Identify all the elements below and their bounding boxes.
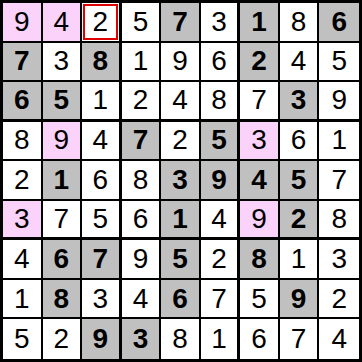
selection-ring [83, 4, 118, 40]
cell-8-8[interactable]: 4 [319, 319, 359, 359]
cell-7-8[interactable]: 2 [319, 280, 359, 320]
cell-8-6[interactable]: 6 [240, 319, 280, 359]
cell-4-8[interactable]: 7 [319, 161, 359, 201]
cell-6-3[interactable]: 9 [122, 240, 162, 280]
cell-3-6[interactable]: 3 [240, 122, 280, 162]
cell-5-6[interactable]: 9 [240, 201, 280, 241]
cell-2-7[interactable]: 3 [280, 82, 320, 122]
cell-8-4[interactable]: 8 [161, 319, 201, 359]
cell-6-4[interactable]: 5 [161, 240, 201, 280]
cell-4-1[interactable]: 1 [43, 161, 83, 201]
cell-4-0[interactable]: 2 [3, 161, 43, 201]
cell-6-8[interactable]: 3 [319, 240, 359, 280]
cell-0-0[interactable]: 9 [3, 3, 43, 43]
cell-7-1[interactable]: 8 [43, 280, 83, 320]
cell-3-1[interactable]: 9 [43, 122, 83, 162]
cell-8-1[interactable]: 2 [43, 319, 83, 359]
cell-7-5[interactable]: 7 [201, 280, 241, 320]
cell-4-4[interactable]: 3 [161, 161, 201, 201]
cell-2-5[interactable]: 8 [201, 82, 241, 122]
cell-0-7[interactable]: 8 [280, 3, 320, 43]
cell-2-2[interactable]: 1 [82, 82, 122, 122]
cell-0-3[interactable]: 5 [122, 3, 162, 43]
cell-0-1[interactable]: 4 [43, 3, 83, 43]
cell-6-2[interactable]: 7 [82, 240, 122, 280]
cell-0-8[interactable]: 6 [319, 3, 359, 43]
cell-2-4[interactable]: 4 [161, 82, 201, 122]
cell-5-8[interactable]: 8 [319, 201, 359, 241]
cell-8-2[interactable]: 9 [82, 319, 122, 359]
cell-5-3[interactable]: 6 [122, 201, 162, 241]
cell-3-8[interactable]: 1 [319, 122, 359, 162]
cell-6-7[interactable]: 1 [280, 240, 320, 280]
cell-8-7[interactable]: 7 [280, 319, 320, 359]
cell-1-6[interactable]: 2 [240, 43, 280, 83]
cell-5-4[interactable]: 1 [161, 201, 201, 241]
cell-2-1[interactable]: 5 [43, 82, 83, 122]
cell-0-6[interactable]: 1 [240, 3, 280, 43]
cell-4-2[interactable]: 6 [82, 161, 122, 201]
cell-4-6[interactable]: 4 [240, 161, 280, 201]
cell-8-0[interactable]: 5 [3, 319, 43, 359]
cell-3-5[interactable]: 5 [201, 122, 241, 162]
cell-2-6[interactable]: 7 [240, 82, 280, 122]
cell-1-8[interactable]: 5 [319, 43, 359, 83]
cell-1-4[interactable]: 9 [161, 43, 201, 83]
cell-3-3[interactable]: 7 [122, 122, 162, 162]
cell-7-2[interactable]: 3 [82, 280, 122, 320]
cell-1-7[interactable]: 4 [280, 43, 320, 83]
cell-7-0[interactable]: 1 [3, 280, 43, 320]
cell-3-0[interactable]: 8 [3, 122, 43, 162]
cell-2-3[interactable]: 2 [122, 82, 162, 122]
sudoku-board: 9425731867381962456512487398947253612168… [0, 0, 362, 362]
cell-6-0[interactable]: 4 [3, 240, 43, 280]
cell-6-5[interactable]: 2 [201, 240, 241, 280]
cell-2-8[interactable]: 9 [319, 82, 359, 122]
cell-7-7[interactable]: 9 [280, 280, 320, 320]
cell-2-0[interactable]: 6 [3, 82, 43, 122]
cell-5-7[interactable]: 2 [280, 201, 320, 241]
cell-4-7[interactable]: 5 [280, 161, 320, 201]
cell-7-6[interactable]: 5 [240, 280, 280, 320]
cell-7-3[interactable]: 4 [122, 280, 162, 320]
cell-1-2[interactable]: 8 [82, 43, 122, 83]
cell-8-5[interactable]: 1 [201, 319, 241, 359]
cell-6-1[interactable]: 6 [43, 240, 83, 280]
cell-0-2[interactable]: 2 [82, 3, 122, 43]
cell-0-4[interactable]: 7 [161, 3, 201, 43]
cell-1-0[interactable]: 7 [3, 43, 43, 83]
cell-4-5[interactable]: 9 [201, 161, 241, 201]
cell-4-3[interactable]: 8 [122, 161, 162, 201]
cell-3-7[interactable]: 6 [280, 122, 320, 162]
cell-0-5[interactable]: 3 [201, 3, 241, 43]
cell-5-1[interactable]: 7 [43, 201, 83, 241]
cell-3-4[interactable]: 2 [161, 122, 201, 162]
cell-6-6[interactable]: 8 [240, 240, 280, 280]
cell-8-3[interactable]: 3 [122, 319, 162, 359]
cell-5-0[interactable]: 3 [3, 201, 43, 241]
cell-7-4[interactable]: 6 [161, 280, 201, 320]
cell-1-1[interactable]: 3 [43, 43, 83, 83]
cell-5-2[interactable]: 5 [82, 201, 122, 241]
cell-3-2[interactable]: 4 [82, 122, 122, 162]
cell-1-5[interactable]: 6 [201, 43, 241, 83]
cell-5-5[interactable]: 4 [201, 201, 241, 241]
cell-1-3[interactable]: 1 [122, 43, 162, 83]
